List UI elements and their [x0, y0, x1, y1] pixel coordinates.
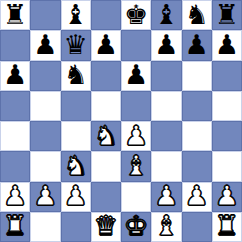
- square-g3[interactable]: [182, 151, 212, 181]
- white-pawn[interactable]: ♟: [124, 122, 148, 149]
- square-e1[interactable]: ♚: [121, 212, 151, 242]
- square-f4[interactable]: [151, 121, 181, 151]
- black-pawn[interactable]: ♟: [215, 31, 239, 58]
- square-f3[interactable]: [151, 151, 181, 181]
- black-pawn[interactable]: ♟: [124, 61, 148, 88]
- square-d2[interactable]: [91, 182, 121, 212]
- square-e2[interactable]: [121, 182, 151, 212]
- white-knight[interactable]: ♞: [94, 122, 118, 149]
- square-g1[interactable]: [182, 212, 212, 242]
- square-h7[interactable]: ♟: [212, 30, 242, 60]
- square-d6[interactable]: [91, 61, 121, 91]
- square-d7[interactable]: ♟: [91, 30, 121, 60]
- square-a5[interactable]: [0, 91, 30, 121]
- white-rook[interactable]: ♜: [3, 212, 27, 239]
- square-c8[interactable]: ♝: [61, 0, 91, 30]
- black-pawn[interactable]: ♟: [33, 31, 57, 58]
- square-f8[interactable]: ♝: [151, 0, 181, 30]
- square-h2[interactable]: ♟: [212, 182, 242, 212]
- square-e8[interactable]: ♚: [121, 0, 151, 30]
- square-e3[interactable]: ♝: [121, 151, 151, 181]
- square-a6[interactable]: ♟: [0, 61, 30, 91]
- square-a7[interactable]: [0, 30, 30, 60]
- square-h5[interactable]: [212, 91, 242, 121]
- square-b5[interactable]: [30, 91, 60, 121]
- square-e6[interactable]: ♟: [121, 61, 151, 91]
- black-queen[interactable]: ♛: [64, 31, 88, 58]
- square-g5[interactable]: [182, 91, 212, 121]
- square-h3[interactable]: [212, 151, 242, 181]
- square-a4[interactable]: [0, 121, 30, 151]
- square-a3[interactable]: [0, 151, 30, 181]
- black-bishop[interactable]: ♝: [154, 1, 178, 28]
- square-c3[interactable]: ♞: [61, 151, 91, 181]
- square-c6[interactable]: ♞: [61, 61, 91, 91]
- white-pawn[interactable]: ♟: [64, 182, 88, 209]
- square-h4[interactable]: [212, 121, 242, 151]
- square-f1[interactable]: ♝: [151, 212, 181, 242]
- square-f6[interactable]: [151, 61, 181, 91]
- white-bishop[interactable]: ♝: [124, 152, 148, 179]
- square-g7[interactable]: ♟: [182, 30, 212, 60]
- white-pawn[interactable]: ♟: [215, 182, 239, 209]
- square-b3[interactable]: [30, 151, 60, 181]
- square-e7[interactable]: [121, 30, 151, 60]
- black-king[interactable]: ♚: [124, 1, 148, 28]
- square-d3[interactable]: [91, 151, 121, 181]
- white-knight[interactable]: ♞: [64, 152, 88, 179]
- square-c5[interactable]: [61, 91, 91, 121]
- square-b1[interactable]: [30, 212, 60, 242]
- black-pawn[interactable]: ♟: [154, 31, 178, 58]
- black-pawn[interactable]: ♟: [3, 61, 27, 88]
- black-bishop[interactable]: ♝: [64, 1, 88, 28]
- black-pawn[interactable]: ♟: [185, 31, 209, 58]
- square-b8[interactable]: [30, 0, 60, 30]
- white-pawn[interactable]: ♟: [154, 182, 178, 209]
- black-rook[interactable]: ♜: [215, 1, 239, 28]
- white-queen[interactable]: ♛: [94, 212, 118, 239]
- square-d8[interactable]: [91, 0, 121, 30]
- square-b2[interactable]: ♟: [30, 182, 60, 212]
- black-knight[interactable]: ♞: [64, 61, 88, 88]
- square-h6[interactable]: [212, 61, 242, 91]
- chess-board: ♜♝♚♝♞♜♟♛♟♟♟♟♟♞♟♞♟♞♝♟♟♟♟♟♟♜♛♚♝♜: [0, 0, 242, 242]
- square-c4[interactable]: [61, 121, 91, 151]
- square-g4[interactable]: [182, 121, 212, 151]
- square-b4[interactable]: [30, 121, 60, 151]
- square-e4[interactable]: ♟: [121, 121, 151, 151]
- square-a2[interactable]: ♟: [0, 182, 30, 212]
- square-g8[interactable]: ♞: [182, 0, 212, 30]
- white-bishop[interactable]: ♝: [154, 212, 178, 239]
- square-c7[interactable]: ♛: [61, 30, 91, 60]
- square-a8[interactable]: ♜: [0, 0, 30, 30]
- square-c2[interactable]: ♟: [61, 182, 91, 212]
- square-h8[interactable]: ♜: [212, 0, 242, 30]
- white-king[interactable]: ♚: [124, 212, 148, 239]
- white-pawn[interactable]: ♟: [185, 182, 209, 209]
- white-pawn[interactable]: ♟: [33, 182, 57, 209]
- white-rook[interactable]: ♜: [215, 212, 239, 239]
- square-h1[interactable]: ♜: [212, 212, 242, 242]
- square-d1[interactable]: ♛: [91, 212, 121, 242]
- square-d5[interactable]: [91, 91, 121, 121]
- white-pawn[interactable]: ♟: [3, 182, 27, 209]
- square-g2[interactable]: ♟: [182, 182, 212, 212]
- square-f5[interactable]: [151, 91, 181, 121]
- square-b7[interactable]: ♟: [30, 30, 60, 60]
- black-knight[interactable]: ♞: [185, 1, 209, 28]
- square-g6[interactable]: [182, 61, 212, 91]
- square-a1[interactable]: ♜: [0, 212, 30, 242]
- square-e5[interactable]: [121, 91, 151, 121]
- square-f2[interactable]: ♟: [151, 182, 181, 212]
- square-d4[interactable]: ♞: [91, 121, 121, 151]
- black-rook[interactable]: ♜: [3, 1, 27, 28]
- square-b6[interactable]: [30, 61, 60, 91]
- square-f7[interactable]: ♟: [151, 30, 181, 60]
- square-c1[interactable]: [61, 212, 91, 242]
- black-pawn[interactable]: ♟: [94, 31, 118, 58]
